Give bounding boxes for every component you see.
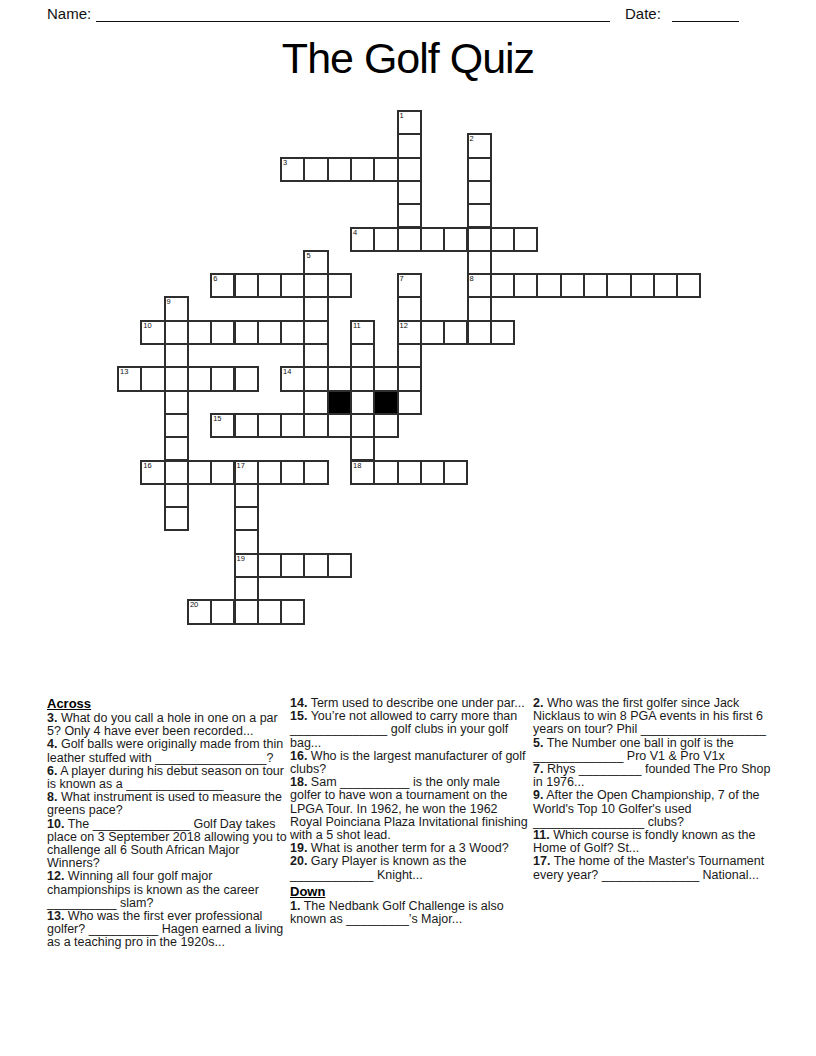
clue-20: 20. Gary Player is known as the ________… [290, 855, 530, 881]
clue-12: 12. Winning all four golf major champion… [47, 870, 287, 910]
grid-cell[interactable] [397, 180, 422, 205]
grid-cell[interactable]: 17 [234, 460, 259, 485]
grid-cell[interactable] [187, 366, 212, 391]
grid-cell[interactable] [676, 273, 701, 298]
clue-13: 13. Who was the first ever professional … [47, 910, 287, 950]
grid-cell[interactable]: 20 [187, 599, 212, 624]
clue-number: 6 [213, 275, 217, 283]
clue-number: 13 [120, 368, 128, 376]
grid-cell[interactable] [397, 157, 422, 182]
grid-cell[interactable] [234, 599, 259, 624]
grid-cell[interactable]: 2 [467, 133, 492, 158]
grid-cell[interactable] [303, 460, 328, 485]
date-blank-line[interactable] [672, 21, 739, 22]
clue-number: 9 [167, 298, 171, 306]
clue-8: 8. What instrument is used to measure th… [47, 791, 287, 817]
grid-cell[interactable] [280, 460, 305, 485]
grid-cell[interactable] [140, 366, 165, 391]
grid-cell[interactable]: 16 [140, 460, 165, 485]
clue-7: 7. Rhys _________ founded The Pro Shop i… [533, 763, 773, 789]
grid-cell[interactable] [164, 343, 189, 368]
clue-11: 11. Which course is fondly known as the … [533, 829, 773, 855]
grid-cell[interactable] [653, 273, 678, 298]
grid-cell[interactable] [443, 320, 468, 345]
name-blank-line[interactable] [96, 21, 610, 22]
grid-cell[interactable] [164, 366, 189, 391]
grid-cell[interactable] [234, 529, 259, 554]
clue-number: 5 [306, 252, 310, 260]
grid-cell[interactable] [187, 460, 212, 485]
grid-cell[interactable] [420, 227, 445, 252]
grid-cell[interactable] [397, 296, 422, 321]
grid-cell[interactable] [303, 553, 328, 578]
grid-cell[interactable] [467, 157, 492, 182]
grid-cell[interactable] [536, 273, 561, 298]
grid-cell[interactable] [606, 273, 631, 298]
black-cell [327, 390, 352, 415]
grid-cell[interactable] [257, 599, 282, 624]
grid-cell[interactable]: 7 [397, 273, 422, 298]
clue-number: 7 [400, 275, 404, 283]
clue-number: 1 [400, 112, 404, 120]
clue-16: 16. Who is the largest manufacturer of g… [290, 750, 530, 776]
clue-number: 18 [353, 462, 361, 470]
grid-cell[interactable] [164, 506, 189, 531]
grid-cell[interactable] [234, 366, 259, 391]
grid-cell[interactable] [397, 133, 422, 158]
grid-cell[interactable] [234, 576, 259, 601]
grid-cell[interactable] [303, 320, 328, 345]
grid-cell[interactable] [583, 273, 608, 298]
grid-cell[interactable] [164, 320, 189, 345]
grid-cell[interactable]: 3 [280, 157, 305, 182]
grid-cell[interactable]: 4 [350, 227, 375, 252]
grid-cell[interactable] [373, 157, 398, 182]
grid-cell[interactable]: 9 [164, 296, 189, 321]
grid-cell[interactable] [303, 296, 328, 321]
grid-cell[interactable] [513, 227, 538, 252]
grid-cell[interactable] [327, 553, 352, 578]
grid-cell[interactable] [303, 157, 328, 182]
date-label: Date: [625, 5, 661, 22]
clue-9: 9. After the Open Championship, 7 of the… [533, 789, 773, 829]
grid-cell[interactable] [513, 273, 538, 298]
grid-cell[interactable] [210, 599, 235, 624]
grid-cell[interactable] [303, 366, 328, 391]
clue-18: 18. Sam __________ is the only male golf… [290, 776, 530, 842]
grid-cell[interactable] [257, 460, 282, 485]
grid-cell[interactable] [467, 250, 492, 275]
clue-4: 4. Golf balls were originally made from … [47, 738, 287, 764]
clue-15: 15. You’re not allowed to carry more tha… [290, 710, 530, 750]
down-header: Down [290, 885, 530, 899]
grid-cell[interactable] [280, 553, 305, 578]
grid-cell[interactable] [257, 553, 282, 578]
grid-cell[interactable]: 12 [397, 320, 422, 345]
grid-cell[interactable] [234, 413, 259, 438]
grid-cell[interactable] [490, 320, 515, 345]
grid-cell[interactable] [327, 366, 352, 391]
grid-cell[interactable] [350, 390, 375, 415]
clue-number: 8 [470, 275, 474, 283]
grid-cell[interactable] [467, 320, 492, 345]
grid-cell[interactable] [210, 320, 235, 345]
grid-cell[interactable] [397, 366, 422, 391]
grid-cell[interactable] [397, 390, 422, 415]
grid-cell[interactable]: 11 [350, 320, 375, 345]
clue-3: 3. What do you call a hole in one on a p… [47, 712, 287, 738]
grid-cell[interactable] [164, 436, 189, 461]
grid-cell[interactable] [350, 413, 375, 438]
clue-2: 2. Who was the first golfer since Jack N… [533, 697, 773, 737]
puzzle-title: The Golf Quiz [0, 34, 816, 83]
grid-cell[interactable] [373, 413, 398, 438]
grid-cell[interactable] [373, 460, 398, 485]
grid-cell[interactable]: 14 [280, 366, 305, 391]
clue-number: 4 [353, 229, 357, 237]
grid-cell[interactable] [303, 273, 328, 298]
grid-cell[interactable] [467, 180, 492, 205]
clue-number: 19 [237, 555, 245, 563]
grid-cell[interactable]: 18 [350, 460, 375, 485]
grid-cell[interactable] [467, 296, 492, 321]
clue-number: 16 [143, 462, 151, 470]
grid-cell[interactable] [467, 203, 492, 228]
across-header: Across [47, 697, 287, 711]
grid-cell[interactable] [164, 460, 189, 485]
grid-cell[interactable]: 15 [210, 413, 235, 438]
clue-10: 10. The ______________ Golf Day takes pl… [47, 818, 287, 871]
grid-cell[interactable] [420, 320, 445, 345]
grid-cell[interactable] [397, 227, 422, 252]
grid-cell[interactable] [350, 157, 375, 182]
grid-cell[interactable] [210, 460, 235, 485]
grid-cell[interactable] [234, 506, 259, 531]
grid-cell[interactable] [327, 157, 352, 182]
grid-cell[interactable] [257, 320, 282, 345]
grid-cell[interactable] [350, 366, 375, 391]
grid-cell[interactable] [443, 227, 468, 252]
black-cell [373, 390, 398, 415]
clue-number: 20 [190, 601, 198, 609]
clue-number: 10 [143, 322, 151, 330]
grid-cell[interactable] [443, 460, 468, 485]
grid-cell[interactable] [490, 273, 515, 298]
clue-5: 5. The Number one ball in golf is the __… [533, 737, 773, 763]
clue-number: 14 [283, 368, 291, 376]
grid-cell[interactable] [397, 203, 422, 228]
grid-cell[interactable] [420, 460, 445, 485]
grid-cell[interactable]: 6 [210, 273, 235, 298]
grid-cell[interactable] [397, 460, 422, 485]
grid-cell[interactable] [467, 227, 492, 252]
grid-cell[interactable] [257, 273, 282, 298]
clue-1: 1. The Nedbank Golf Challenge is also kn… [290, 900, 530, 926]
clue-6: 6. A player during his debut season on t… [47, 765, 287, 791]
clue-number: 2 [470, 135, 474, 143]
grid-cell[interactable]: 5 [303, 250, 328, 275]
grid-cell[interactable] [490, 227, 515, 252]
grid-cell[interactable]: 19 [234, 553, 259, 578]
grid-cell[interactable] [234, 483, 259, 508]
grid-cell[interactable] [280, 320, 305, 345]
name-label: Name: [47, 5, 91, 22]
grid-cell[interactable] [327, 273, 352, 298]
grid-cell[interactable] [280, 413, 305, 438]
grid-cell[interactable] [560, 273, 585, 298]
clue-number: 12 [400, 322, 408, 330]
grid-cell[interactable] [303, 413, 328, 438]
clue-column-1: Across3. What do you call a hole in one … [47, 697, 287, 950]
grid-cell[interactable] [350, 343, 375, 368]
grid-cell[interactable] [164, 483, 189, 508]
grid-cell[interactable] [303, 343, 328, 368]
grid-cell[interactable]: 1 [397, 110, 422, 135]
clue-number: 11 [353, 322, 361, 330]
grid-cell[interactable] [397, 343, 422, 368]
grid-cell[interactable] [257, 413, 282, 438]
grid-cell[interactable] [303, 390, 328, 415]
grid-cell[interactable] [187, 320, 212, 345]
grid-cell[interactable]: 8 [467, 273, 492, 298]
clue-17: 17. The home of the Master's Tournament … [533, 855, 773, 881]
grid-cell[interactable] [164, 390, 189, 415]
grid-cell[interactable] [373, 227, 398, 252]
clue-number: 17 [237, 462, 245, 470]
worksheet-page: Name: Date: The Golf Quiz 12345678910111… [0, 0, 816, 1056]
grid-cell[interactable] [234, 320, 259, 345]
clue-column-2: 14. Term used to describe one under par.… [290, 697, 530, 926]
grid-cell[interactable]: 13 [117, 366, 142, 391]
grid-cell[interactable] [280, 273, 305, 298]
grid-cell[interactable]: 10 [140, 320, 165, 345]
clue-column-3: 2. Who was the first golfer since Jack N… [533, 697, 773, 882]
grid-cell[interactable] [350, 436, 375, 461]
grid-cell[interactable] [280, 599, 305, 624]
grid-cell[interactable] [327, 413, 352, 438]
crossword-grid: 1234567891011121314151617181920 [117, 110, 703, 626]
grid-cell[interactable] [234, 273, 259, 298]
clue-number: 15 [213, 415, 221, 423]
grid-cell[interactable] [210, 366, 235, 391]
grid-cell[interactable] [373, 366, 398, 391]
grid-cell[interactable] [164, 413, 189, 438]
grid-cell[interactable] [630, 273, 655, 298]
clue-number: 3 [283, 159, 287, 167]
